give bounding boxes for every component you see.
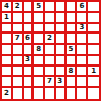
sudoku-cell-r9c4[interactable] — [34, 88, 45, 99]
sudoku-cell-r8c3[interactable] — [24, 77, 35, 88]
sudoku-cell-r2c3[interactable] — [24, 13, 35, 24]
sudoku-cell-r2c2[interactable] — [13, 13, 24, 24]
sudoku-cell-r9c7[interactable] — [67, 88, 78, 99]
sudoku-cell-r3c1[interactable] — [2, 24, 13, 35]
sudoku-cell-r1c2: 2 — [13, 2, 24, 13]
sudoku-cell-r7c5[interactable] — [45, 67, 56, 78]
sudoku-cell-r6c8[interactable] — [77, 56, 88, 67]
sudoku-cell-r3c5[interactable] — [45, 24, 56, 35]
sudoku-cell-r9c2[interactable] — [13, 88, 24, 99]
sudoku-cell-r5c2[interactable] — [13, 45, 24, 56]
sudoku-cell-r1c4: 5 — [34, 2, 45, 13]
sudoku-cell-r7c7: 8 — [67, 67, 78, 78]
sudoku-cell-r5c4: 8 — [34, 45, 45, 56]
sudoku-cell-r6c6[interactable] — [56, 56, 67, 67]
sudoku-cell-r9c8[interactable] — [77, 88, 88, 99]
sudoku-cell-r1c1: 4 — [2, 2, 13, 13]
sudoku-cell-r3c4[interactable] — [34, 24, 45, 35]
sudoku-cell-r6c5[interactable] — [45, 56, 56, 67]
sudoku-cell-r4c9[interactable] — [88, 34, 99, 45]
sudoku-cell-r1c9[interactable] — [88, 2, 99, 13]
sudoku-cell-r9c1: 2 — [2, 88, 13, 99]
sudoku-cell-r8c9[interactable] — [88, 77, 99, 88]
sudoku-cell-r2c6[interactable] — [56, 13, 67, 24]
sudoku-cell-r3c9[interactable] — [88, 24, 99, 35]
sudoku-cell-r4c1[interactable] — [2, 34, 13, 45]
sudoku-cell-r5c6[interactable] — [56, 45, 67, 56]
sudoku-cell-r4c2: 7 — [13, 34, 24, 45]
sudoku-cell-r4c7[interactable] — [67, 34, 78, 45]
sudoku-cell-r9c3[interactable] — [24, 88, 35, 99]
sudoku-cell-r7c2[interactable] — [13, 67, 24, 78]
sudoku-cell-r1c7[interactable] — [67, 2, 78, 13]
sudoku-cell-r8c1[interactable] — [2, 77, 13, 88]
sudoku-cell-r9c6[interactable] — [56, 88, 67, 99]
sudoku-cell-r1c8: 6 — [77, 2, 88, 13]
sudoku-cell-r9c5[interactable] — [45, 88, 56, 99]
sudoku-cell-r7c4[interactable] — [34, 67, 45, 78]
sudoku-cell-r5c3[interactable] — [24, 45, 35, 56]
sudoku-cell-r5c7: 5 — [67, 45, 78, 56]
sudoku-cell-r5c5[interactable] — [45, 45, 56, 56]
sudoku-cell-r2c9[interactable] — [88, 13, 99, 24]
sudoku-cell-r2c4[interactable] — [34, 13, 45, 24]
sudoku-cell-r4c6[interactable] — [56, 34, 67, 45]
sudoku-cell-r1c5[interactable] — [45, 2, 56, 13]
sudoku-cell-r7c6[interactable] — [56, 67, 67, 78]
sudoku-cell-r2c1: 1 — [2, 13, 13, 24]
sudoku-cell-r1c6[interactable] — [56, 2, 67, 13]
sudoku-cell-r3c2[interactable] — [13, 24, 24, 35]
sudoku-cell-r3c7[interactable] — [67, 24, 78, 35]
sudoku-cell-r4c4[interactable] — [34, 34, 45, 45]
sudoku-cell-r7c9: 1 — [88, 67, 99, 78]
sudoku-cell-r4c3: 6 — [24, 34, 35, 45]
sudoku-cell-r9c9[interactable] — [88, 88, 99, 99]
sudoku-cell-r8c2[interactable] — [13, 77, 24, 88]
sudoku-cell-r6c9[interactable] — [88, 56, 99, 67]
sudoku-cell-r3c6[interactable] — [56, 24, 67, 35]
sudoku-cell-r7c1[interactable] — [2, 67, 13, 78]
sudoku-cell-r6c1[interactable] — [2, 56, 13, 67]
sudoku-cell-r7c8[interactable] — [77, 67, 88, 78]
sudoku-cell-r3c3[interactable] — [24, 24, 35, 35]
sudoku-cell-r8c5: 7 — [45, 77, 56, 88]
sudoku-cell-r5c8[interactable] — [77, 45, 88, 56]
sudoku-cell-r4c8[interactable] — [77, 34, 88, 45]
sudoku-cell-r8c7[interactable] — [67, 77, 78, 88]
sudoku-cell-r2c8[interactable] — [77, 13, 88, 24]
sudoku-cell-r8c6: 3 — [56, 77, 67, 88]
sudoku-cell-r6c2[interactable] — [13, 56, 24, 67]
sudoku-cell-r6c3: 3 — [24, 56, 35, 67]
sudoku-cell-r2c7[interactable] — [67, 13, 78, 24]
sudoku-cell-r8c4[interactable] — [34, 77, 45, 88]
sudoku-cell-r6c4[interactable] — [34, 56, 45, 67]
sudoku-cell-r3c8: 3 — [77, 24, 88, 35]
sudoku-cell-r4c5: 2 — [45, 34, 56, 45]
sudoku-board: 42561376285381732 — [0, 0, 101, 101]
sudoku-cell-r8c8[interactable] — [77, 77, 88, 88]
sudoku-cell-r6c7[interactable] — [67, 56, 78, 67]
sudoku-cell-r7c3[interactable] — [24, 67, 35, 78]
sudoku-cell-r2c5[interactable] — [45, 13, 56, 24]
sudoku-cell-r1c3[interactable] — [24, 2, 35, 13]
sudoku-cell-r5c1[interactable] — [2, 45, 13, 56]
sudoku-cell-r5c9[interactable] — [88, 45, 99, 56]
